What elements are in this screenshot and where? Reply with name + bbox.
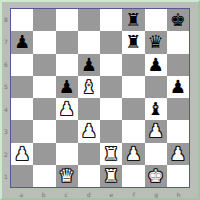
square-g2[interactable] [145, 143, 167, 165]
square-b5[interactable] [33, 76, 55, 98]
square-a5[interactable] [11, 76, 33, 98]
black-pawn[interactable]: ♟ [170, 77, 186, 95]
square-f2[interactable]: ♟ [122, 143, 144, 165]
square-b1[interactable] [33, 165, 55, 187]
white-pawn[interactable]: ♟ [170, 144, 186, 162]
square-f7[interactable]: ♜ [122, 31, 144, 53]
square-g3[interactable]: ♟ [145, 120, 167, 142]
file-label-b: b [33, 189, 56, 199]
white-queen[interactable]: ♛ [59, 166, 75, 184]
white-pawn[interactable]: ♟ [59, 100, 75, 118]
square-b2[interactable] [33, 143, 55, 165]
square-f6[interactable] [122, 54, 144, 76]
square-f3[interactable] [122, 120, 144, 142]
square-c7[interactable] [56, 31, 78, 53]
black-rook[interactable]: ♜ [125, 11, 141, 29]
square-c3[interactable] [56, 120, 78, 142]
square-c5[interactable]: ♟ [56, 76, 78, 98]
white-king[interactable]: ♚ [148, 166, 164, 184]
square-h3[interactable] [167, 120, 189, 142]
file-label-c: c [55, 189, 78, 199]
square-e7[interactable] [100, 31, 122, 53]
file-labels: abcdefgh [10, 189, 190, 199]
square-e2[interactable]: ♜ [100, 143, 122, 165]
square-h8[interactable]: ♚ [167, 9, 189, 31]
black-king[interactable]: ♚ [170, 11, 186, 29]
white-pawn[interactable]: ♟ [148, 122, 164, 140]
white-pawn[interactable]: ♟ [14, 144, 30, 162]
square-b3[interactable] [33, 120, 55, 142]
square-d1[interactable] [78, 165, 100, 187]
rank-label-8: 8 [2, 8, 10, 31]
square-e8[interactable] [100, 9, 122, 31]
square-d6[interactable]: ♟ [78, 54, 100, 76]
square-a1[interactable] [11, 165, 33, 187]
black-pawn[interactable]: ♟ [59, 77, 75, 95]
square-e1[interactable]: ♜ [100, 165, 122, 187]
square-a7[interactable]: ♟ [11, 31, 33, 53]
square-g1[interactable]: ♚ [145, 165, 167, 187]
white-rook[interactable]: ♜ [103, 144, 119, 162]
file-label-d: d [78, 189, 101, 199]
black-pawn[interactable]: ♟ [14, 33, 30, 51]
black-rook[interactable]: ♜ [125, 33, 141, 51]
square-b4[interactable] [33, 98, 55, 120]
square-a2[interactable]: ♟ [11, 143, 33, 165]
file-label-h: h [168, 189, 191, 199]
chess-diagram-frame: 87654321 ♜♚♟♜♛♟♟♟♝♟♟♝♟♟♟♜♟♟♛♜♚ abcdefgh [0, 0, 200, 200]
square-h1[interactable] [167, 165, 189, 187]
rank-label-1: 1 [2, 166, 10, 189]
square-c1[interactable]: ♛ [56, 165, 78, 187]
square-e6[interactable] [100, 54, 122, 76]
rank-label-5: 5 [2, 76, 10, 99]
square-f4[interactable] [122, 98, 144, 120]
square-b8[interactable] [33, 9, 55, 31]
square-d2[interactable] [78, 143, 100, 165]
square-g6[interactable]: ♟ [145, 54, 167, 76]
rank-label-7: 7 [2, 31, 10, 54]
square-a8[interactable] [11, 9, 33, 31]
white-pawn[interactable]: ♟ [125, 144, 141, 162]
white-bishop[interactable]: ♝ [81, 77, 97, 95]
square-g8[interactable] [145, 9, 167, 31]
rank-label-3: 3 [2, 121, 10, 144]
white-pawn[interactable]: ♟ [81, 122, 97, 140]
white-rook[interactable]: ♜ [103, 166, 119, 184]
square-d5[interactable]: ♝ [78, 76, 100, 98]
square-h4[interactable] [167, 98, 189, 120]
square-d8[interactable] [78, 9, 100, 31]
square-h2[interactable]: ♟ [167, 143, 189, 165]
square-f5[interactable] [122, 76, 144, 98]
file-label-a: a [10, 189, 33, 199]
square-e4[interactable] [100, 98, 122, 120]
square-a6[interactable] [11, 54, 33, 76]
square-a3[interactable] [11, 120, 33, 142]
black-queen[interactable]: ♛ [148, 33, 164, 51]
square-g7[interactable]: ♛ [145, 31, 167, 53]
rank-labels: 87654321 [2, 8, 10, 188]
square-c6[interactable] [56, 54, 78, 76]
square-b7[interactable] [33, 31, 55, 53]
rank-label-4: 4 [2, 98, 10, 121]
square-c2[interactable] [56, 143, 78, 165]
black-pawn[interactable]: ♟ [148, 55, 164, 73]
square-e3[interactable] [100, 120, 122, 142]
square-d4[interactable] [78, 98, 100, 120]
square-d3[interactable]: ♟ [78, 120, 100, 142]
square-c8[interactable] [56, 9, 78, 31]
square-f8[interactable]: ♜ [122, 9, 144, 31]
black-pawn[interactable]: ♟ [81, 55, 97, 73]
file-label-f: f [123, 189, 146, 199]
chess-board[interactable]: ♜♚♟♜♛♟♟♟♝♟♟♝♟♟♟♜♟♟♛♜♚ [10, 8, 190, 188]
rank-label-6: 6 [2, 53, 10, 76]
file-label-e: e [100, 189, 123, 199]
square-b6[interactable] [33, 54, 55, 76]
square-f1[interactable] [122, 165, 144, 187]
square-h7[interactable] [167, 31, 189, 53]
square-h5[interactable]: ♟ [167, 76, 189, 98]
square-d7[interactable] [78, 31, 100, 53]
rank-label-2: 2 [2, 143, 10, 166]
square-e5[interactable] [100, 76, 122, 98]
square-a4[interactable] [11, 98, 33, 120]
square-g5[interactable] [145, 76, 167, 98]
file-label-g: g [145, 189, 168, 199]
square-c4[interactable]: ♟ [56, 98, 78, 120]
square-g4[interactable]: ♝ [145, 98, 167, 120]
black-bishop[interactable]: ♝ [148, 100, 164, 118]
square-h6[interactable] [167, 54, 189, 76]
